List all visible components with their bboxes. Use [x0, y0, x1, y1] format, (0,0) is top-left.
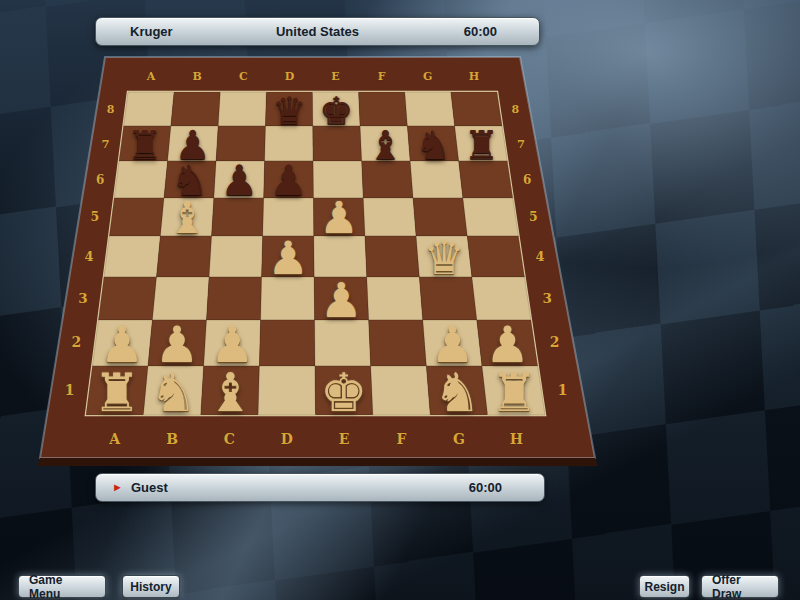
- player-clock: 60:00: [469, 480, 502, 495]
- piece-white-rook-h1[interactable]: ♜: [490, 366, 538, 419]
- piece-black-pawn-c6[interactable]: ♟: [220, 160, 258, 202]
- piece-white-bishop-c1[interactable]: ♝: [206, 366, 254, 419]
- opponent-bar: Kruger United States 60:00: [95, 17, 540, 46]
- square-g8[interactable]: [405, 92, 455, 126]
- file-label-bottom-a: A: [108, 431, 121, 447]
- piece-white-bishop-b5[interactable]: ♝: [167, 196, 206, 240]
- square-f1[interactable]: [371, 366, 431, 415]
- rank-label-left-7: 7: [102, 137, 110, 151]
- rank-label-right-4: 4: [536, 249, 545, 264]
- to-move-flag-icon: ►: [112, 482, 123, 493]
- file-label-bottom-c: C: [224, 431, 235, 447]
- square-d1[interactable]: [258, 366, 315, 415]
- file-label-bottom-f: F: [397, 431, 407, 447]
- square-h5[interactable]: [463, 198, 519, 236]
- file-label-top-e: E: [331, 70, 339, 83]
- file-label-top-c: C: [239, 70, 248, 83]
- file-label-top-a: A: [146, 70, 156, 83]
- piece-white-knight-g1[interactable]: ♞: [433, 366, 481, 419]
- opponent-name: Kruger: [130, 24, 173, 39]
- file-label-top-h: H: [469, 70, 479, 83]
- square-f2[interactable]: [369, 320, 427, 366]
- file-label-top-f: F: [378, 70, 386, 83]
- square-c4[interactable]: [209, 236, 263, 277]
- file-label-bottom-d: D: [281, 431, 293, 447]
- rank-label-right-6: 6: [523, 173, 531, 187]
- rank-label-left-2: 2: [72, 334, 82, 350]
- square-f8[interactable]: [359, 92, 408, 126]
- rank-label-right-1: 1: [557, 381, 567, 398]
- rank-label-left-4: 4: [85, 249, 94, 264]
- piece-black-bishop-f7[interactable]: ♝: [367, 125, 403, 165]
- file-label-bottom-e: E: [339, 431, 350, 447]
- rank-label-right-2: 2: [550, 334, 560, 350]
- file-label-bottom-g: G: [453, 431, 465, 447]
- square-b3[interactable]: [152, 277, 209, 320]
- rank-label-right-7: 7: [517, 137, 525, 151]
- file-label-bottom-h: H: [510, 431, 523, 447]
- piece-black-rook-h7[interactable]: ♜: [464, 125, 500, 165]
- game-menu-button[interactable]: Game Menu: [18, 575, 106, 598]
- square-h8[interactable]: [451, 92, 502, 126]
- file-label-top-g: G: [423, 70, 432, 83]
- square-f4[interactable]: [365, 236, 419, 277]
- piece-white-pawn-d4[interactable]: ♟: [267, 235, 308, 281]
- rank-label-left-5: 5: [90, 209, 99, 224]
- square-h3[interactable]: [472, 277, 531, 320]
- piece-white-queen-g4[interactable]: ♛: [424, 235, 465, 281]
- square-d2[interactable]: [259, 320, 315, 366]
- rank-label-right-3: 3: [542, 290, 551, 306]
- square-a8[interactable]: [124, 92, 175, 126]
- file-label-bottom-b: B: [166, 431, 178, 447]
- piece-black-knight-g7[interactable]: ♞: [415, 125, 451, 165]
- rank-label-left-6: 6: [96, 173, 104, 187]
- rank-label-right-5: 5: [529, 209, 538, 224]
- square-f3[interactable]: [367, 277, 423, 320]
- piece-black-queen-d8[interactable]: ♛: [272, 92, 306, 130]
- file-label-top-d: D: [285, 70, 295, 83]
- piece-white-knight-b1[interactable]: ♞: [150, 366, 198, 419]
- piece-white-king-e1[interactable]: ♚: [320, 366, 368, 419]
- piece-black-king-e8[interactable]: ♚: [319, 92, 353, 130]
- piece-white-rook-a1[interactable]: ♜: [93, 366, 141, 419]
- chess-board: AABBCCDDEEFFGGHH8877665544332211: [0, 0, 800, 600]
- history-button[interactable]: History: [122, 575, 180, 598]
- piece-black-pawn-d6[interactable]: ♟: [270, 160, 308, 202]
- rank-label-right-8: 8: [511, 103, 519, 116]
- square-c3[interactable]: [207, 277, 262, 320]
- piece-white-pawn-e3[interactable]: ♟: [320, 276, 363, 324]
- square-a5[interactable]: [109, 198, 164, 236]
- square-h4[interactable]: [467, 236, 524, 277]
- resign-button[interactable]: Resign: [639, 575, 690, 598]
- square-f5[interactable]: [363, 198, 416, 236]
- file-label-top-b: B: [193, 70, 202, 83]
- piece-black-rook-a7[interactable]: ♜: [127, 125, 163, 165]
- board-frame-bottom-edge: [37, 458, 598, 466]
- rank-label-left-1: 1: [64, 381, 74, 398]
- square-a4[interactable]: [104, 236, 160, 277]
- rank-label-left-3: 3: [78, 290, 87, 306]
- square-c8[interactable]: [218, 92, 266, 126]
- square-b8[interactable]: [171, 92, 220, 126]
- rank-label-left-8: 8: [107, 103, 115, 116]
- square-a3[interactable]: [98, 277, 156, 320]
- piece-white-pawn-e5[interactable]: ♟: [319, 196, 358, 240]
- player-bar: ► Guest 60:00: [95, 473, 545, 502]
- opponent-clock: 60:00: [464, 24, 497, 39]
- offer-draw-button[interactable]: Offer Draw: [701, 575, 779, 598]
- player-name: Guest: [131, 480, 168, 495]
